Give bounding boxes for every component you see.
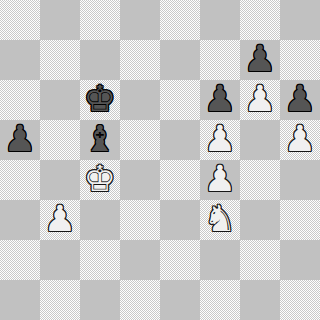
- square-d6[interactable]: [120, 80, 160, 120]
- piece-white-pawn: ♟: [284, 120, 316, 159]
- square-e3[interactable]: [160, 200, 200, 240]
- square-b1[interactable]: [40, 280, 80, 320]
- square-a2[interactable]: [0, 240, 40, 280]
- square-e8[interactable]: [160, 0, 200, 40]
- square-a6[interactable]: [0, 80, 40, 120]
- square-b8[interactable]: [40, 0, 80, 40]
- square-d2[interactable]: [120, 240, 160, 280]
- square-b4[interactable]: [40, 160, 80, 200]
- piece-white-knight: ♞: [204, 200, 236, 239]
- square-a4[interactable]: [0, 160, 40, 200]
- square-a8[interactable]: [0, 0, 40, 40]
- piece-black-pawn: ♟: [204, 80, 236, 119]
- square-g6[interactable]: ♟: [240, 80, 280, 120]
- square-f6[interactable]: ♟: [200, 80, 240, 120]
- square-d3[interactable]: [120, 200, 160, 240]
- square-f3[interactable]: ♞: [200, 200, 240, 240]
- square-d7[interactable]: [120, 40, 160, 80]
- piece-black-pawn: ♟: [4, 120, 36, 159]
- square-f1[interactable]: [200, 280, 240, 320]
- piece-white-pawn: ♟: [44, 200, 76, 239]
- square-f7[interactable]: [200, 40, 240, 80]
- square-c6[interactable]: ♚: [80, 80, 120, 120]
- piece-black-king: ♚: [84, 80, 116, 119]
- square-g1[interactable]: [240, 280, 280, 320]
- square-g2[interactable]: [240, 240, 280, 280]
- piece-black-bishop: ♝: [84, 120, 116, 159]
- square-b2[interactable]: [40, 240, 80, 280]
- square-h5[interactable]: ♟: [280, 120, 320, 160]
- square-c3[interactable]: [80, 200, 120, 240]
- square-d5[interactable]: [120, 120, 160, 160]
- piece-black-pawn: ♟: [284, 80, 316, 119]
- square-b5[interactable]: [40, 120, 80, 160]
- square-c5[interactable]: ♝: [80, 120, 120, 160]
- square-b3[interactable]: ♟: [40, 200, 80, 240]
- square-h4[interactable]: [280, 160, 320, 200]
- piece-white-pawn: ♟: [204, 120, 236, 159]
- square-h2[interactable]: [280, 240, 320, 280]
- square-c8[interactable]: [80, 0, 120, 40]
- square-h6[interactable]: ♟: [280, 80, 320, 120]
- square-f2[interactable]: [200, 240, 240, 280]
- square-f5[interactable]: ♟: [200, 120, 240, 160]
- piece-white-pawn: ♟: [204, 160, 236, 199]
- square-b6[interactable]: [40, 80, 80, 120]
- square-c7[interactable]: [80, 40, 120, 80]
- piece-black-pawn: ♟: [244, 40, 276, 79]
- square-b7[interactable]: [40, 40, 80, 80]
- square-a5[interactable]: ♟: [0, 120, 40, 160]
- square-h3[interactable]: [280, 200, 320, 240]
- square-d1[interactable]: [120, 280, 160, 320]
- square-d4[interactable]: [120, 160, 160, 200]
- square-a7[interactable]: [0, 40, 40, 80]
- square-f4[interactable]: ♟: [200, 160, 240, 200]
- square-e6[interactable]: [160, 80, 200, 120]
- square-f8[interactable]: [200, 0, 240, 40]
- square-e1[interactable]: [160, 280, 200, 320]
- square-e4[interactable]: [160, 160, 200, 200]
- square-a3[interactable]: [0, 200, 40, 240]
- square-e2[interactable]: [160, 240, 200, 280]
- square-g8[interactable]: [240, 0, 280, 40]
- square-c1[interactable]: [80, 280, 120, 320]
- square-d8[interactable]: [120, 0, 160, 40]
- square-a1[interactable]: [0, 280, 40, 320]
- chess-board: ♟♚♟♟♟♟♝♟♟♚♟♟♞: [0, 0, 320, 320]
- square-g3[interactable]: [240, 200, 280, 240]
- square-e7[interactable]: [160, 40, 200, 80]
- square-e5[interactable]: [160, 120, 200, 160]
- piece-white-king: ♚: [84, 160, 116, 199]
- square-g4[interactable]: [240, 160, 280, 200]
- piece-white-pawn: ♟: [244, 80, 276, 119]
- square-h1[interactable]: [280, 280, 320, 320]
- square-h8[interactable]: [280, 0, 320, 40]
- square-g7[interactable]: ♟: [240, 40, 280, 80]
- square-c4[interactable]: ♚: [80, 160, 120, 200]
- square-g5[interactable]: [240, 120, 280, 160]
- square-c2[interactable]: [80, 240, 120, 280]
- square-h7[interactable]: [280, 40, 320, 80]
